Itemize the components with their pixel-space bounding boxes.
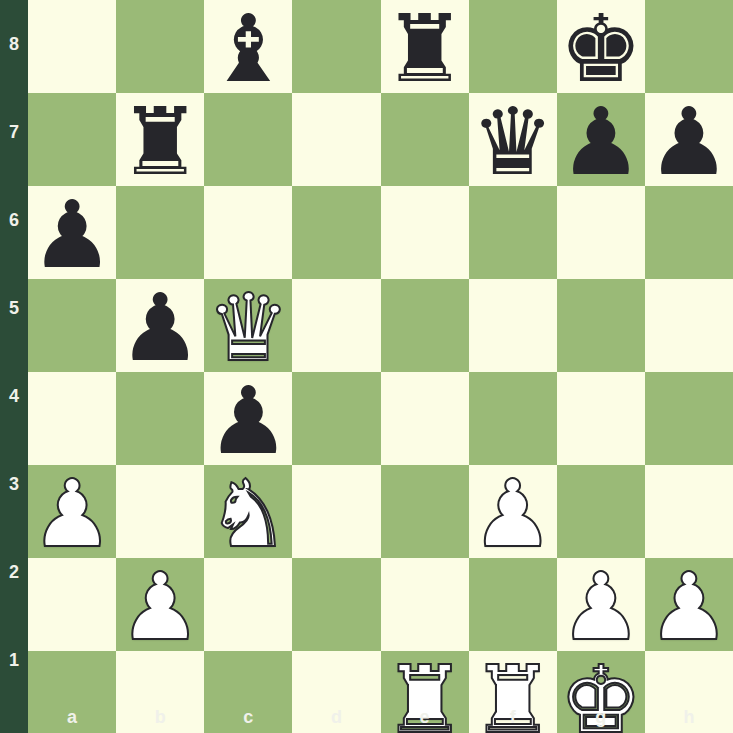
rank-label-8: 8	[0, 0, 28, 88]
square-b5[interactable]: ♟	[116, 279, 204, 372]
file-label-h: h	[645, 704, 733, 733]
square-a8[interactable]	[28, 0, 116, 93]
square-b4[interactable]	[116, 372, 204, 465]
file-label-f: f	[469, 704, 557, 733]
file-label-e: e	[381, 704, 469, 733]
square-b8[interactable]	[116, 0, 204, 93]
chess-board-frame: 87654321 ♝♜♚♜♛♟♟♟♟♛♟♟♞♟♟♟♟♜♜♚ abcdefgh	[0, 0, 733, 733]
square-a5[interactable]	[28, 279, 116, 372]
square-b7[interactable]: ♜	[116, 93, 204, 186]
square-f5[interactable]	[469, 279, 557, 372]
piece-black-pawn[interactable]: ♟	[647, 96, 730, 189]
piece-white-pawn[interactable]: ♟	[559, 561, 642, 654]
square-a3[interactable]: ♟	[28, 465, 116, 558]
rank-label-5: 5	[0, 264, 28, 352]
square-b2[interactable]: ♟	[116, 558, 204, 651]
square-h6[interactable]	[645, 186, 733, 279]
square-g2[interactable]: ♟	[557, 558, 645, 651]
square-h4[interactable]	[645, 372, 733, 465]
square-d2[interactable]	[292, 558, 380, 651]
square-e6[interactable]	[381, 186, 469, 279]
square-g7[interactable]: ♟	[557, 93, 645, 186]
square-d7[interactable]	[292, 93, 380, 186]
rank-label-6: 6	[0, 176, 28, 264]
square-g3[interactable]	[557, 465, 645, 558]
square-c5[interactable]: ♛	[204, 279, 292, 372]
square-g4[interactable]	[557, 372, 645, 465]
square-b6[interactable]	[116, 186, 204, 279]
rank-label-4: 4	[0, 352, 28, 440]
square-e5[interactable]	[381, 279, 469, 372]
square-c2[interactable]	[204, 558, 292, 651]
piece-black-bishop[interactable]: ♝	[207, 3, 290, 96]
piece-black-rook[interactable]: ♜	[119, 96, 202, 189]
square-g8[interactable]: ♚	[557, 0, 645, 93]
square-d8[interactable]	[292, 0, 380, 93]
square-g6[interactable]	[557, 186, 645, 279]
square-f8[interactable]	[469, 0, 557, 93]
square-a4[interactable]	[28, 372, 116, 465]
piece-black-rook[interactable]: ♜	[383, 3, 466, 96]
rank-label-2: 2	[0, 528, 28, 616]
square-c3[interactable]: ♞	[204, 465, 292, 558]
square-g5[interactable]	[557, 279, 645, 372]
piece-white-pawn[interactable]: ♟	[30, 468, 113, 561]
square-f3[interactable]: ♟	[469, 465, 557, 558]
square-f2[interactable]	[469, 558, 557, 651]
file-label-b: b	[116, 704, 204, 733]
piece-black-pawn[interactable]: ♟	[30, 189, 113, 282]
square-e7[interactable]	[381, 93, 469, 186]
square-h8[interactable]	[645, 0, 733, 93]
rank-label-7: 7	[0, 88, 28, 176]
piece-black-queen[interactable]: ♛	[471, 96, 554, 189]
piece-white-pawn[interactable]: ♟	[119, 561, 202, 654]
square-h7[interactable]: ♟	[645, 93, 733, 186]
file-label-d: d	[292, 704, 380, 733]
square-c4[interactable]: ♟	[204, 372, 292, 465]
square-f4[interactable]	[469, 372, 557, 465]
piece-white-pawn[interactable]: ♟	[647, 561, 730, 654]
square-c6[interactable]	[204, 186, 292, 279]
piece-black-pawn[interactable]: ♟	[559, 96, 642, 189]
square-a6[interactable]: ♟	[28, 186, 116, 279]
square-c7[interactable]	[204, 93, 292, 186]
file-labels: abcdefgh	[28, 704, 733, 733]
rank-label-3: 3	[0, 440, 28, 528]
square-e4[interactable]	[381, 372, 469, 465]
file-label-a: a	[28, 704, 116, 733]
square-e8[interactable]: ♜	[381, 0, 469, 93]
piece-black-king[interactable]: ♚	[559, 3, 642, 96]
square-f6[interactable]	[469, 186, 557, 279]
file-label-g: g	[557, 704, 645, 733]
square-b3[interactable]	[116, 465, 204, 558]
square-d4[interactable]	[292, 372, 380, 465]
square-h2[interactable]: ♟	[645, 558, 733, 651]
square-f7[interactable]: ♛	[469, 93, 557, 186]
square-d6[interactable]	[292, 186, 380, 279]
file-label-c: c	[204, 704, 292, 733]
piece-white-queen[interactable]: ♛	[207, 282, 290, 375]
square-e3[interactable]	[381, 465, 469, 558]
square-e2[interactable]	[381, 558, 469, 651]
rank-labels: 87654321	[0, 0, 28, 704]
square-d5[interactable]	[292, 279, 380, 372]
rank-label-1: 1	[0, 616, 28, 704]
square-d3[interactable]	[292, 465, 380, 558]
piece-white-pawn[interactable]: ♟	[471, 468, 554, 561]
chess-board[interactable]: ♝♜♚♜♛♟♟♟♟♛♟♟♞♟♟♟♟♜♜♚	[28, 0, 733, 704]
square-a2[interactable]	[28, 558, 116, 651]
square-a7[interactable]	[28, 93, 116, 186]
piece-black-pawn[interactable]: ♟	[207, 375, 290, 468]
square-h3[interactable]	[645, 465, 733, 558]
piece-white-knight[interactable]: ♞	[207, 468, 290, 561]
square-c8[interactable]: ♝	[204, 0, 292, 93]
square-h5[interactable]	[645, 279, 733, 372]
piece-black-pawn[interactable]: ♟	[119, 282, 202, 375]
